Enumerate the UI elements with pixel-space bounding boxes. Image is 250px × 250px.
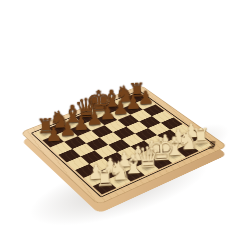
board-inner-border: ♜♞♝♛♚♝♞♜♟♟♟♟♟♟♟♟♟♟♟♟♟♟♟♟♜♞♝♛♚♝♞♜ xyxy=(31,90,216,197)
square-c5 xyxy=(86,138,108,151)
perspective-scene: ♜♞♝♛♚♝♞♜♟♟♟♟♟♟♟♟♟♟♟♟♟♟♟♟♜♞♝♛♚♝♞♜ xyxy=(0,0,250,250)
chess-set-photo: ♜♞♝♛♚♝♞♜♟♟♟♟♟♟♟♟♟♟♟♟♟♟♟♟♜♞♝♛♚♝♞♜ xyxy=(0,0,250,250)
chess-board: ♜♞♝♛♚♝♞♜♟♟♟♟♟♟♟♟♟♟♟♟♟♟♟♟♜♞♝♛♚♝♞♜ xyxy=(35,92,212,194)
board-frame: ♜♞♝♛♚♝♞♜♟♟♟♟♟♟♟♟♟♟♟♟♟♟♟♟♜♞♝♛♚♝♞♜ xyxy=(20,85,228,205)
photo-canvas: ♜♞♝♛♚♝♞♜♟♟♟♟♟♟♟♟♟♟♟♟♟♟♟♟♜♞♝♛♚♝♞♜ xyxy=(0,0,250,250)
square-a1: ♜ xyxy=(93,180,117,195)
white-rook: ♜ xyxy=(81,166,130,191)
square-a7: ♟ xyxy=(42,135,64,148)
